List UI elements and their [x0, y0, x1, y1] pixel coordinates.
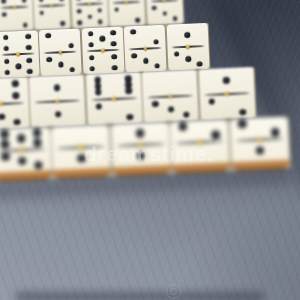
domino-tile[interactable]: [229, 117, 289, 171]
watermark: dreamstime. ®: [84, 142, 213, 166]
pip-icon: [88, 31, 94, 37]
pip-icon: [153, 39, 159, 45]
pip-icon: [238, 119, 247, 128]
domino-tile[interactable]: [85, 72, 142, 125]
pip-icon: [77, 9, 82, 14]
tile-half: [40, 52, 82, 76]
pip-icon: [89, 66, 95, 72]
pip-icon: [167, 106, 174, 113]
domino-tile[interactable]: [70, 0, 108, 29]
tile-half: [0, 127, 50, 150]
pip-icon: [184, 32, 190, 38]
pip-icon: [0, 140, 9, 149]
pip-icon: [97, 8, 102, 13]
pip-icon: [98, 19, 103, 24]
pip-icon: [173, 51, 179, 57]
pip-icon: [127, 114, 134, 121]
pip-icon: [1, 152, 10, 161]
tile-half: [166, 23, 208, 47]
pip-icon: [26, 44, 32, 50]
pip-icon: [17, 156, 26, 165]
pip-icon: [27, 68, 33, 74]
domino-tile[interactable]: [0, 30, 39, 78]
pip-icon: [178, 122, 187, 131]
pip-icon: [32, 128, 41, 137]
pip-icon: [223, 77, 230, 84]
pip-icon: [59, 0, 64, 1]
domino-tile[interactable]: [124, 25, 167, 73]
pip-icon: [22, 0, 27, 2]
pip-icon: [33, 138, 42, 147]
pip-icon: [54, 111, 61, 118]
domino-tile[interactable]: [0, 0, 33, 32]
tile-half: [0, 30, 38, 54]
pip-icon: [27, 57, 33, 63]
tile-half: [0, 149, 51, 172]
pip-icon: [143, 58, 149, 64]
tile-half: [82, 51, 124, 75]
pip-icon: [95, 89, 102, 96]
domino-tile[interactable]: [198, 67, 255, 120]
tile-half: [198, 67, 254, 94]
pip-icon: [110, 30, 116, 36]
pip-icon: [183, 111, 190, 118]
pip-icon: [208, 98, 215, 105]
domino-tile[interactable]: [108, 0, 146, 27]
tile-half: [30, 101, 86, 128]
domino-tile[interactable]: [39, 28, 82, 76]
pip-icon: [60, 21, 65, 26]
tile-half: [230, 139, 289, 162]
domino-tile[interactable]: [166, 23, 209, 71]
pip-icon: [95, 103, 102, 110]
photo-scene: dreamstime. ®: [0, 0, 300, 300]
pip-icon: [255, 146, 264, 155]
pip-icon: [173, 16, 178, 21]
tile-half: [142, 69, 198, 96]
pip-icon: [0, 130, 9, 139]
tile-half: [71, 4, 108, 29]
pip-icon: [26, 33, 32, 39]
pip-icon: [130, 29, 136, 35]
tile-half: [125, 49, 167, 73]
pip-icon: [39, 0, 44, 2]
tile-half: [0, 103, 29, 130]
domino-tile[interactable]: [33, 0, 71, 30]
pip-icon: [45, 32, 51, 38]
pip-icon: [135, 129, 144, 138]
pip-icon: [112, 65, 118, 71]
tile-half: [0, 54, 39, 78]
tile-half: [143, 96, 199, 123]
pip-icon: [70, 66, 76, 72]
pip-icon: [3, 45, 9, 51]
watermark-registered-icon: ®: [215, 138, 221, 147]
pip-icon: [239, 109, 246, 116]
pip-icon: [197, 61, 203, 67]
pip-icon: [131, 53, 137, 59]
pip-icon: [152, 100, 159, 107]
pip-icon: [3, 34, 9, 40]
tile-half: [86, 98, 142, 125]
tile-half: [0, 8, 33, 33]
tile-half: [29, 74, 85, 101]
pip-icon: [13, 92, 20, 99]
pip-icon: [23, 23, 28, 28]
domino-field: [0, 0, 300, 196]
pip-icon: [271, 128, 280, 137]
domino-tile[interactable]: [0, 77, 29, 130]
pip-icon: [114, 7, 119, 12]
pip-icon: [125, 87, 132, 94]
pip-icon: [162, 11, 167, 16]
pip-icon: [68, 42, 74, 48]
pip-icon: [87, 14, 92, 19]
pip-icon: [1, 0, 6, 3]
pip-icon: [89, 55, 95, 61]
watermark-swirl-icon: [166, 284, 181, 299]
pip-icon: [14, 119, 21, 126]
pip-icon: [53, 84, 60, 91]
tile-half: [124, 25, 166, 49]
pip-icon: [135, 18, 140, 23]
pip-icon: [0, 113, 5, 120]
tile-half: [109, 3, 146, 28]
pip-icon: [15, 63, 21, 69]
pip-icon: [77, 20, 82, 25]
tile-half: [85, 72, 141, 99]
tile-half: [199, 93, 255, 120]
pip-icon: [112, 54, 118, 60]
tile-half: [0, 77, 28, 104]
domino-tile[interactable]: [29, 74, 86, 127]
pip-icon: [2, 12, 7, 17]
pip-icon: [34, 161, 43, 170]
tile-half: [39, 28, 81, 52]
domino-tile[interactable]: [0, 127, 52, 181]
pip-icon: [99, 36, 105, 42]
pip-icon: [111, 41, 117, 47]
tile-half: [34, 6, 71, 31]
pip-icon: [39, 11, 44, 16]
pip-icon: [46, 56, 52, 62]
pip-icon: [4, 69, 10, 75]
domino-tile[interactable]: [145, 0, 183, 26]
tile-half: [146, 1, 183, 26]
foreground-blur-band: [15, 292, 265, 300]
pip-icon: [152, 6, 157, 11]
pip-icon: [12, 80, 19, 87]
domino-tile[interactable]: [81, 27, 124, 75]
tile-half: [81, 27, 123, 51]
pip-icon: [88, 42, 94, 48]
pip-icon: [16, 134, 25, 143]
watermark-text: dreamstime.: [84, 142, 213, 165]
domino-tile[interactable]: [142, 69, 199, 122]
pip-icon: [58, 61, 64, 67]
pip-icon: [4, 58, 10, 64]
pip-icon: [185, 56, 191, 62]
pip-icon: [154, 63, 160, 69]
tile-half: [167, 47, 209, 71]
